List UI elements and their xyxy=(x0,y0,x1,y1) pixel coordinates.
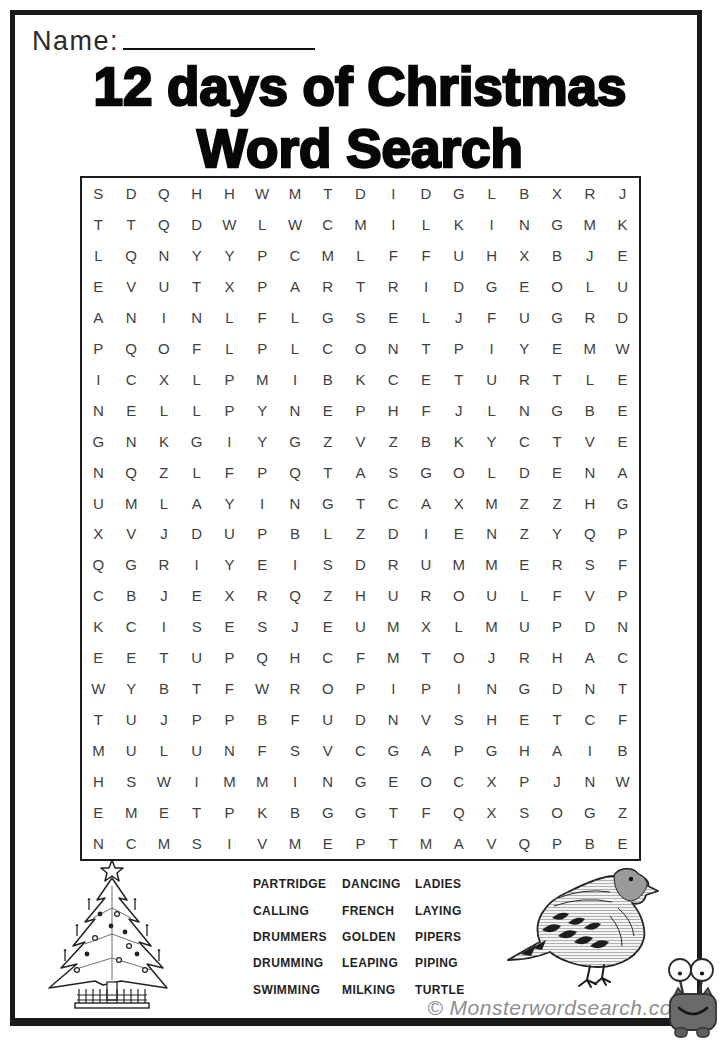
grid-cell: Q xyxy=(246,642,279,673)
grid-cell: F xyxy=(213,457,246,488)
grid-cell: J xyxy=(541,766,574,797)
grid-cell: P xyxy=(213,642,246,673)
word-item: GOLDEN xyxy=(342,924,401,950)
grid-cell: U xyxy=(213,519,246,550)
grid-cell: N xyxy=(606,611,639,642)
grid-cell: S xyxy=(344,302,377,333)
grid-cell: P xyxy=(410,673,443,704)
grid-cell: Y xyxy=(213,240,246,271)
grid-cell: E xyxy=(311,395,344,426)
grid-cell: B xyxy=(115,580,148,611)
grid-cell: D xyxy=(442,271,475,302)
grid-cell: L xyxy=(148,735,181,766)
grid-cell: I xyxy=(410,271,443,302)
grid-cell: I xyxy=(213,828,246,859)
grid-cell: C xyxy=(115,828,148,859)
grid-cell: P xyxy=(442,333,475,364)
grid-cell: J xyxy=(148,519,181,550)
grid-cell: N xyxy=(82,828,115,859)
grid-cell: Q xyxy=(279,457,312,488)
grid-cell: U xyxy=(115,735,148,766)
grid-cell: W xyxy=(279,209,312,240)
grid-cell: L xyxy=(213,302,246,333)
grid-cell: M xyxy=(377,642,410,673)
grid-cell: S xyxy=(279,735,312,766)
grid-cell: M xyxy=(115,797,148,828)
word-item: FRENCH xyxy=(342,897,401,923)
grid-cell: P xyxy=(213,364,246,395)
grid-cell: V xyxy=(573,580,606,611)
word-item: CALLING xyxy=(253,897,327,923)
grid-cell: O xyxy=(442,580,475,611)
grid-cell: W xyxy=(246,673,279,704)
grid-cell: E xyxy=(311,611,344,642)
grid-cell: A xyxy=(573,642,606,673)
grid-cell: L xyxy=(148,395,181,426)
grid-cell: L xyxy=(573,271,606,302)
grid-cell: H xyxy=(213,178,246,209)
grid-cell: G xyxy=(115,549,148,580)
grid-cell: T xyxy=(82,704,115,735)
grid-cell: N xyxy=(213,735,246,766)
grid-cell: O xyxy=(148,333,181,364)
grid-cell: U xyxy=(475,580,508,611)
grid-cell: V xyxy=(573,426,606,457)
grid-cell: I xyxy=(279,549,312,580)
grid-cell: I xyxy=(410,519,443,550)
grid-cell: E xyxy=(606,828,639,859)
grid-cell: V xyxy=(410,704,443,735)
grid-cell: Q xyxy=(279,580,312,611)
grid-cell: E xyxy=(541,333,574,364)
grid-cell: Q xyxy=(442,797,475,828)
grid-cell: E xyxy=(442,519,475,550)
grid-cell: H xyxy=(82,766,115,797)
grid-cell: C xyxy=(82,580,115,611)
grid-cell: E xyxy=(508,549,541,580)
grid-cell: T xyxy=(311,457,344,488)
word-item: PIPING xyxy=(415,950,465,976)
grid-cell: F xyxy=(246,735,279,766)
grid-cell: T xyxy=(115,209,148,240)
grid-cell: N xyxy=(115,302,148,333)
grid-cell: Z xyxy=(508,488,541,519)
grid-cell: X xyxy=(508,240,541,271)
grid-cell: Z xyxy=(311,580,344,611)
footer-credit: © Monsterwordsearch.com xyxy=(427,996,690,1020)
grid-cell: N xyxy=(508,209,541,240)
name-label: Name: xyxy=(32,26,119,56)
grid-cell: F xyxy=(180,333,213,364)
grid-cell: I xyxy=(377,673,410,704)
grid-cell: L xyxy=(508,580,541,611)
grid-cell: E xyxy=(377,302,410,333)
grid-cell: L xyxy=(442,611,475,642)
grid-cell: P xyxy=(246,457,279,488)
grid-cell: H xyxy=(180,178,213,209)
grid-cell: J xyxy=(148,580,181,611)
grid-cell: G xyxy=(311,488,344,519)
grid-cell: S xyxy=(115,766,148,797)
grid-cell: Y xyxy=(541,519,574,550)
grid-cell: Z xyxy=(377,426,410,457)
partridge-icon xyxy=(498,864,670,992)
grid-cell: P xyxy=(541,611,574,642)
grid-cell: U xyxy=(344,611,377,642)
grid-cell: A xyxy=(541,735,574,766)
grid-cell: I xyxy=(475,209,508,240)
grid-cell: E xyxy=(311,828,344,859)
grid-cell: Z xyxy=(606,797,639,828)
grid-cell: D xyxy=(541,673,574,704)
grid-cell: F xyxy=(410,395,443,426)
grid-cell: L xyxy=(180,395,213,426)
grid-cell: M xyxy=(475,549,508,580)
grid-cell: Z xyxy=(311,426,344,457)
grid-cell: X xyxy=(213,580,246,611)
grid-cell: M xyxy=(377,611,410,642)
grid-cell: K xyxy=(344,364,377,395)
grid-cell: N xyxy=(82,395,115,426)
grid-cell: I xyxy=(246,488,279,519)
grid-cell: K xyxy=(442,426,475,457)
grid-cell: U xyxy=(410,549,443,580)
name-blank-line xyxy=(123,24,315,50)
grid-cell: S xyxy=(180,828,213,859)
grid-cell: L xyxy=(279,333,312,364)
grid-cell: P xyxy=(344,673,377,704)
grid-cell: J xyxy=(573,240,606,271)
grid-cell: M xyxy=(475,488,508,519)
grid-cell: Z xyxy=(541,488,574,519)
grid-cell: P xyxy=(213,395,246,426)
grid-cell: P xyxy=(442,735,475,766)
grid-cell: M xyxy=(246,766,279,797)
grid-cell: C xyxy=(115,611,148,642)
grid-cell: I xyxy=(573,735,606,766)
word-item: DRUMMING xyxy=(253,950,327,976)
grid-cell: Y xyxy=(246,426,279,457)
grid-cell: I xyxy=(148,611,181,642)
tree-body xyxy=(49,878,167,988)
grid-cell: U xyxy=(606,271,639,302)
grid-cell: L xyxy=(279,302,312,333)
grid-cell: W xyxy=(606,333,639,364)
grid-cell: M xyxy=(213,766,246,797)
grid-cell: H xyxy=(475,704,508,735)
grid-cell: H xyxy=(475,240,508,271)
grid-cell: R xyxy=(279,673,312,704)
grid-cell: S xyxy=(311,549,344,580)
grid-cell: N xyxy=(279,488,312,519)
grid-cell: G xyxy=(475,271,508,302)
grid-cell: F xyxy=(475,302,508,333)
grid-cell: K xyxy=(246,797,279,828)
grid-cell: N xyxy=(279,395,312,426)
grid-cell: K xyxy=(82,611,115,642)
grid-cell: D xyxy=(180,209,213,240)
word-list-column-2: DANCING FRENCH GOLDEN LEAPING MILKING xyxy=(342,871,401,1003)
grid-cell: C xyxy=(279,240,312,271)
grid-cell: D xyxy=(115,178,148,209)
grid-cell: P xyxy=(213,797,246,828)
grid-cell: T xyxy=(180,271,213,302)
grid-cell: I xyxy=(148,302,181,333)
grid-cell: M xyxy=(115,488,148,519)
grid-cell: A xyxy=(410,488,443,519)
grid-cell: K xyxy=(442,209,475,240)
word-list-column-1: PARTRIDGE CALLING DRUMMERS DRUMMING SWIM… xyxy=(253,871,327,1003)
grid-cell: C xyxy=(573,704,606,735)
grid-cell: E xyxy=(606,395,639,426)
grid-cell: T xyxy=(606,673,639,704)
grid-cell: G xyxy=(311,302,344,333)
grid-cell: D xyxy=(344,704,377,735)
grid-cell: F xyxy=(410,797,443,828)
grid-cell: G xyxy=(82,426,115,457)
grid-cell: T xyxy=(410,642,443,673)
grid-cell: F xyxy=(606,549,639,580)
grid-cell: P xyxy=(344,395,377,426)
grid-cell: Y xyxy=(213,488,246,519)
grid-cell: B xyxy=(279,797,312,828)
grid-cell: E xyxy=(82,271,115,302)
grid-cell: H xyxy=(573,488,606,519)
grid-cell: X xyxy=(475,766,508,797)
grid-cell: I xyxy=(279,364,312,395)
grid-cell: Y xyxy=(246,395,279,426)
grid-cell: J xyxy=(442,395,475,426)
grid-cell: N xyxy=(311,766,344,797)
grid-cell: L xyxy=(344,240,377,271)
grid-cell: U xyxy=(180,642,213,673)
grid-cell: D xyxy=(508,457,541,488)
grid-cell: T xyxy=(344,488,377,519)
christmas-tree-icon xyxy=(25,858,190,1013)
grid-cell: L xyxy=(573,364,606,395)
grid-cell: L xyxy=(475,395,508,426)
grid-cell: S xyxy=(246,611,279,642)
grid-cell: N xyxy=(508,395,541,426)
grid-cell: X xyxy=(541,178,574,209)
grid-cell: T xyxy=(180,673,213,704)
grid-cell: Q xyxy=(573,519,606,550)
grid-cell: U xyxy=(377,580,410,611)
grid-cell: O xyxy=(344,333,377,364)
grid-cell: W xyxy=(82,673,115,704)
grid-cell: A xyxy=(442,828,475,859)
grid-cell: T xyxy=(410,333,443,364)
grid-cell: S xyxy=(82,178,115,209)
grid-cell: U xyxy=(82,488,115,519)
grid-cell: P xyxy=(606,580,639,611)
grid-cell: L xyxy=(180,457,213,488)
grid-cell: I xyxy=(377,178,410,209)
word-item: SWIMMING xyxy=(253,977,327,1003)
grid-cell: D xyxy=(180,519,213,550)
grid-cell: T xyxy=(377,828,410,859)
page-title-line1: 12 days of Christmas xyxy=(0,60,720,113)
grid-cell: O xyxy=(541,797,574,828)
grid-cell: R xyxy=(573,178,606,209)
grid-cell: E xyxy=(508,271,541,302)
grid-cell: G xyxy=(541,302,574,333)
grid-cell: X xyxy=(213,271,246,302)
grid-cell: Q xyxy=(148,209,181,240)
grid-cell: R xyxy=(573,302,606,333)
grid-cell: T xyxy=(442,364,475,395)
grid-cell: B xyxy=(279,519,312,550)
grid-cell: L xyxy=(148,488,181,519)
grid-cell: B xyxy=(246,704,279,735)
grid-cell: N xyxy=(475,673,508,704)
grid-cell: G xyxy=(541,209,574,240)
grid-cell: P xyxy=(606,519,639,550)
grid-cell: K xyxy=(606,209,639,240)
grid-cell: D xyxy=(377,519,410,550)
grid-cell: M xyxy=(148,828,181,859)
grid-cell: W xyxy=(246,178,279,209)
grid-cell: N xyxy=(377,333,410,364)
grid-cell: B xyxy=(573,395,606,426)
grid-cell: P xyxy=(344,828,377,859)
grid-cell: G xyxy=(410,457,443,488)
grid-cell: N xyxy=(115,426,148,457)
word-item: MILKING xyxy=(342,977,401,1003)
grid-cell: C xyxy=(508,426,541,457)
grid-cell: T xyxy=(541,426,574,457)
grid-cell: M xyxy=(573,333,606,364)
word-item: LADIES xyxy=(415,871,465,897)
grid-cell: H xyxy=(279,642,312,673)
grid-cell: N xyxy=(573,766,606,797)
grid-cell: N xyxy=(180,302,213,333)
grid-cell: L xyxy=(410,209,443,240)
grid-cell: A xyxy=(279,271,312,302)
grid-cell: Y xyxy=(213,549,246,580)
grid-cell: N xyxy=(82,457,115,488)
grid-cell: P xyxy=(246,333,279,364)
grid-cell: S xyxy=(508,797,541,828)
grid-cell: C xyxy=(311,333,344,364)
grid-cell: L xyxy=(213,333,246,364)
grid-cell: F xyxy=(410,240,443,271)
grid-cell: E xyxy=(82,642,115,673)
grid-cell: L xyxy=(82,240,115,271)
grid-cell: F xyxy=(377,240,410,271)
grid-cell: M xyxy=(442,549,475,580)
grid-cell: N xyxy=(475,519,508,550)
grid-cell: X xyxy=(475,797,508,828)
grid-cell: W xyxy=(606,766,639,797)
grid-cell: V xyxy=(344,426,377,457)
grid-cell: F xyxy=(541,580,574,611)
grid-cell: E xyxy=(606,364,639,395)
grid-cell: X xyxy=(442,488,475,519)
grid-cell: U xyxy=(311,704,344,735)
grid-cell: I xyxy=(82,364,115,395)
grid-cell: E xyxy=(508,704,541,735)
grid-cell: J xyxy=(279,611,312,642)
grid-cell: L xyxy=(475,178,508,209)
grid-cell: S xyxy=(573,549,606,580)
grid-cell: P xyxy=(541,828,574,859)
grid-cell: Y xyxy=(508,333,541,364)
grid-cell: E xyxy=(82,797,115,828)
grid-cell: G xyxy=(442,178,475,209)
grid-cell: Z xyxy=(148,457,181,488)
grid-cell: G xyxy=(377,735,410,766)
grid-cell: L xyxy=(475,457,508,488)
grid-cell: A xyxy=(606,457,639,488)
grid-cell: T xyxy=(180,797,213,828)
grid-cell: V xyxy=(311,735,344,766)
grid-cell: O xyxy=(311,673,344,704)
grid-cell: C xyxy=(311,209,344,240)
grid-cell: H xyxy=(344,580,377,611)
grid-cell: P xyxy=(508,766,541,797)
grid-cell: U xyxy=(508,611,541,642)
grid-cell: P xyxy=(246,240,279,271)
grid-cell: M xyxy=(279,178,312,209)
grid-cell: R xyxy=(508,642,541,673)
grid-cell: U xyxy=(475,364,508,395)
grid-cell: V xyxy=(115,271,148,302)
grid-cell: B xyxy=(410,426,443,457)
grid-cell: F xyxy=(213,673,246,704)
grid-cell: J xyxy=(148,704,181,735)
grid-cell: S xyxy=(180,611,213,642)
grid-cell: O xyxy=(442,457,475,488)
grid-cell: B xyxy=(541,240,574,271)
grid-cell: K xyxy=(148,426,181,457)
grid-cell: I xyxy=(213,426,246,457)
grid-cell: R xyxy=(541,549,574,580)
grid-cell: N xyxy=(377,704,410,735)
grid-cell: R xyxy=(508,364,541,395)
grid-cell: C xyxy=(115,364,148,395)
grid-cell: A xyxy=(410,735,443,766)
grid-cell: Q xyxy=(148,178,181,209)
grid-cell: E xyxy=(377,766,410,797)
grid-cell: F xyxy=(606,704,639,735)
grid-cell: H xyxy=(377,395,410,426)
grid-cell: B xyxy=(148,673,181,704)
grid-cell: A xyxy=(82,302,115,333)
grid-cell: E xyxy=(148,797,181,828)
grid-cell: E xyxy=(115,395,148,426)
grid-cell: C xyxy=(377,364,410,395)
grid-cell: I xyxy=(377,209,410,240)
grid-cell: L xyxy=(180,364,213,395)
grid-cell: Q xyxy=(508,828,541,859)
grid-cell: C xyxy=(311,642,344,673)
grid-cell: L xyxy=(246,209,279,240)
grid-cell: E xyxy=(606,426,639,457)
grid-cell: Y xyxy=(475,426,508,457)
grid-cell: N xyxy=(573,673,606,704)
grid-cell: M xyxy=(279,828,312,859)
grid-cell: Q xyxy=(115,240,148,271)
grid-cell: U xyxy=(508,302,541,333)
monster-mascot-icon xyxy=(666,956,720,1040)
grid-cell: I xyxy=(279,766,312,797)
grid-cell: T xyxy=(541,704,574,735)
grid-cell: P xyxy=(82,333,115,364)
grid-cell: P xyxy=(246,271,279,302)
grid-cell: B xyxy=(311,364,344,395)
grid-cell: P xyxy=(180,704,213,735)
